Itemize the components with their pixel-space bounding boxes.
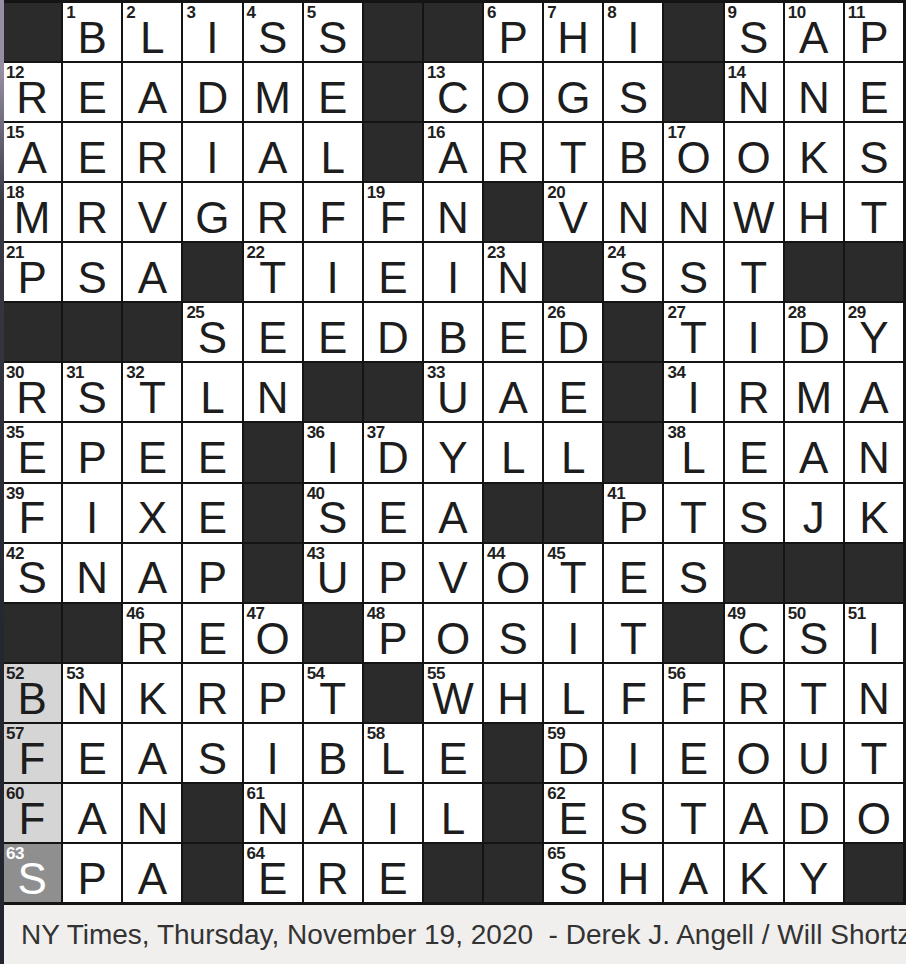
cell-r1c14[interactable]: 10A (785, 3, 843, 61)
cell-r2c2[interactable]: E (63, 63, 121, 121)
cell-letter: S (725, 495, 783, 541)
cell-r8c14[interactable]: A (785, 423, 843, 481)
cell-r3c15[interactable]: S (845, 123, 903, 181)
cell-r9c4[interactable]: E (183, 484, 241, 542)
cell-r2c1[interactable]: 12R (3, 63, 61, 121)
black-cell-r1c8 (424, 3, 482, 61)
cell-letter: E (364, 495, 422, 541)
cell-r5c9[interactable]: 23N (484, 243, 542, 301)
cell-r8c6[interactable]: 36I (304, 423, 362, 481)
cell-letter: S (544, 856, 602, 902)
cell-r8c13[interactable]: E (725, 423, 783, 481)
cell-letter: O (725, 736, 783, 782)
cell-r6c12[interactable]: 27T (664, 303, 722, 361)
cell-r11c3[interactable]: 46R (123, 604, 181, 662)
cell-r5c11[interactable]: 24S (604, 243, 662, 301)
cell-letter: E (544, 375, 602, 421)
cell-r9c8[interactable]: A (424, 484, 482, 542)
cell-letter: T (304, 676, 362, 722)
cell-letter: N (845, 676, 903, 722)
cell-letter: S (304, 495, 362, 541)
cell-r15c2[interactable]: P (63, 844, 121, 902)
cell-letter: F (3, 495, 61, 541)
cell-r7c5[interactable]: N (244, 363, 302, 421)
cell-letter: I (244, 736, 302, 782)
cell-r4c13[interactable]: W (725, 183, 783, 241)
cell-letter: I (304, 435, 362, 481)
cell-r3c1[interactable]: 15A (3, 123, 61, 181)
cell-r7c10[interactable]: E (544, 363, 602, 421)
cell-r9c2[interactable]: I (63, 484, 121, 542)
black-cell-r6c3 (123, 303, 181, 361)
cell-letter: S (604, 75, 662, 121)
cell-r1c11[interactable]: 8I (604, 3, 662, 61)
cell-r15c6[interactable]: R (304, 844, 362, 902)
cell-letter: P (364, 555, 422, 601)
cell-letter: T (785, 676, 843, 722)
cell-r11c10[interactable]: I (544, 604, 602, 662)
cell-r7c9[interactable]: A (484, 363, 542, 421)
black-cell-r5c15 (845, 243, 903, 301)
cell-r13c5[interactable]: I (244, 724, 302, 782)
black-cell-r8c11 (604, 423, 662, 481)
black-cell-r15c4 (183, 844, 241, 902)
cell-r12c9[interactable]: H (484, 664, 542, 722)
cell-r14c14[interactable]: D (785, 784, 843, 842)
cell-r4c12[interactable]: N (664, 183, 722, 241)
cell-letter: I (304, 255, 362, 301)
cell-r4c4[interactable]: G (183, 183, 241, 241)
black-cell-r14c9 (484, 784, 542, 842)
cell-r9c6[interactable]: 40S (304, 484, 362, 542)
cell-r11c9[interactable]: S (484, 604, 542, 662)
cell-letter: T (544, 555, 602, 601)
cell-r5c8[interactable]: I (424, 243, 482, 301)
cell-r14c2[interactable]: A (63, 784, 121, 842)
cell-r2c6[interactable]: E (304, 63, 362, 121)
cell-r3c4[interactable]: I (183, 123, 241, 181)
cell-r12c15[interactable]: N (845, 664, 903, 722)
cell-r15c11[interactable]: H (604, 844, 662, 902)
black-cell-r14c4 (183, 784, 241, 842)
cell-r1c3[interactable]: 2L (123, 3, 181, 61)
cell-r7c15[interactable]: A (845, 363, 903, 421)
cell-letter: R (484, 135, 542, 181)
cell-r3c8[interactable]: 16A (424, 123, 482, 181)
cell-r6c14[interactable]: 28D (785, 303, 843, 361)
cell-letter: E (63, 736, 121, 782)
cell-r4c10[interactable]: 20V (544, 183, 602, 241)
cell-r9c15[interactable]: K (845, 484, 903, 542)
cell-r10c8[interactable]: V (424, 544, 482, 602)
cell-r8c12[interactable]: 38L (664, 423, 722, 481)
cell-r15c3[interactable]: A (123, 844, 181, 902)
cell-r9c1[interactable]: 39F (3, 484, 61, 542)
cell-r4c11[interactable]: N (604, 183, 662, 241)
cell-letter: I (604, 736, 662, 782)
cell-letter: E (604, 555, 662, 601)
cell-r12c3[interactable]: K (123, 664, 181, 722)
cell-r7c1[interactable]: 30R (3, 363, 61, 421)
cell-r8c3[interactable]: E (123, 423, 181, 481)
cell-r13c3[interactable]: A (123, 724, 181, 782)
cell-r10c3[interactable]: A (123, 544, 181, 602)
cell-r2c8[interactable]: 13C (424, 63, 482, 121)
cell-r5c3[interactable]: A (123, 243, 181, 301)
cell-letter: A (424, 135, 482, 181)
cell-r5c12[interactable]: S (664, 243, 722, 301)
cell-r13c12[interactable]: E (664, 724, 722, 782)
black-cell-r7c11 (604, 363, 662, 421)
cell-r14c1[interactable]: 60F (3, 784, 61, 842)
cell-letter: J (785, 495, 843, 541)
cell-r12c1[interactable]: 52B (3, 664, 61, 722)
cell-letter: E (183, 495, 241, 541)
cell-r5c6[interactable]: I (304, 243, 362, 301)
cell-letter: N (424, 195, 482, 241)
cell-r7c3[interactable]: 32T (123, 363, 181, 421)
cell-r4c3[interactable]: V (123, 183, 181, 241)
cell-letter: N (244, 796, 302, 842)
cell-r1c4[interactable]: 3I (183, 3, 241, 61)
cell-letter: K (845, 495, 903, 541)
cell-r13c7[interactable]: 58L (364, 724, 422, 782)
cell-letter: E (63, 75, 121, 121)
cell-r8c10[interactable]: L (544, 423, 602, 481)
cell-letter: S (304, 15, 362, 61)
cell-r15c7[interactable]: E (364, 844, 422, 902)
cell-r8c15[interactable]: N (845, 423, 903, 481)
black-cell-r9c9 (484, 484, 542, 542)
cell-r4c2[interactable]: R (63, 183, 121, 241)
cell-r2c10[interactable]: G (544, 63, 602, 121)
cell-letter: P (845, 15, 903, 61)
cell-r7c14[interactable]: M (785, 363, 843, 421)
cell-r10c12[interactable]: S (664, 544, 722, 602)
cell-letter: E (183, 616, 241, 662)
cell-r11c8[interactable]: O (424, 604, 482, 662)
cell-r2c11[interactable]: S (604, 63, 662, 121)
cell-r8c8[interactable]: Y (424, 423, 482, 481)
cell-r6c15[interactable]: 29Y (845, 303, 903, 361)
cell-letter: L (484, 435, 542, 481)
cell-letter: R (244, 195, 302, 241)
black-cell-r5c14 (785, 243, 843, 301)
cell-letter: M (244, 75, 302, 121)
cell-r15c14[interactable]: Y (785, 844, 843, 902)
cell-r3c2[interactable]: E (63, 123, 121, 181)
cell-r10c9[interactable]: 44O (484, 544, 542, 602)
cell-letter: A (725, 796, 783, 842)
cell-r2c9[interactable]: O (484, 63, 542, 121)
cell-r13c4[interactable]: S (183, 724, 241, 782)
cell-r10c1[interactable]: 42S (3, 544, 61, 602)
cell-r3c6[interactable]: L (304, 123, 362, 181)
black-cell-r5c4 (183, 243, 241, 301)
cell-r4c7[interactable]: 19F (364, 183, 422, 241)
cell-r14c3[interactable]: N (123, 784, 181, 842)
black-cell-r5c10 (544, 243, 602, 301)
cell-r15c10[interactable]: 65S (544, 844, 602, 902)
cell-letter: N (845, 435, 903, 481)
cell-r8c9[interactable]: L (484, 423, 542, 481)
cell-letter: S (604, 796, 662, 842)
cell-r7c4[interactable]: L (183, 363, 241, 421)
cell-r13c8[interactable]: E (424, 724, 482, 782)
cell-r9c3[interactable]: X (123, 484, 181, 542)
cell-r7c12[interactable]: 34I (664, 363, 722, 421)
cell-letter: E (544, 796, 602, 842)
cell-r12c13[interactable]: R (725, 664, 783, 722)
cell-r3c14[interactable]: K (785, 123, 843, 181)
cell-letter: O (664, 135, 722, 181)
black-cell-r9c5 (244, 484, 302, 542)
cell-r1c6[interactable]: 5S (304, 3, 362, 61)
cell-letter: H (785, 195, 843, 241)
cell-r5c5[interactable]: 22T (244, 243, 302, 301)
black-cell-r9c10 (544, 484, 602, 542)
cell-letter: M (785, 375, 843, 421)
cell-letter: O (725, 135, 783, 181)
cell-r1c15[interactable]: 11P (845, 3, 903, 61)
cell-letter: H (544, 15, 602, 61)
cell-r14c11[interactable]: S (604, 784, 662, 842)
cell-letter: E (244, 315, 302, 361)
cell-letter: O (845, 796, 903, 842)
cell-r14c5[interactable]: 61N (244, 784, 302, 842)
cell-letter: W (725, 195, 783, 241)
cell-letter: A (123, 75, 181, 121)
cell-letter: Y (785, 856, 843, 902)
cell-r10c2[interactable]: N (63, 544, 121, 602)
cell-letter: A (123, 856, 181, 902)
cell-letter: K (725, 856, 783, 902)
cell-r10c11[interactable]: E (604, 544, 662, 602)
cell-r13c2[interactable]: E (63, 724, 121, 782)
cell-r8c2[interactable]: P (63, 423, 121, 481)
cell-r12c14[interactable]: T (785, 664, 843, 722)
cell-r9c14[interactable]: J (785, 484, 843, 542)
cell-r13c14[interactable]: U (785, 724, 843, 782)
cell-letter: U (424, 375, 482, 421)
cell-r12c12[interactable]: 56F (664, 664, 722, 722)
cell-letter: P (183, 555, 241, 601)
cell-letter: A (123, 736, 181, 782)
black-cell-r10c13 (725, 544, 783, 602)
cell-r1c2[interactable]: 1B (63, 3, 121, 61)
cell-r3c3[interactable]: R (123, 123, 181, 181)
cell-letter: N (123, 796, 181, 842)
cell-r4c1[interactable]: 18M (3, 183, 61, 241)
cell-letter: G (183, 195, 241, 241)
cell-r4c6[interactable]: F (304, 183, 362, 241)
cell-r2c3[interactable]: A (123, 63, 181, 121)
cell-r13c1[interactable]: 57F (3, 724, 61, 782)
cell-r14c10[interactable]: 62E (544, 784, 602, 842)
cell-r7c13[interactable]: R (725, 363, 783, 421)
cell-letter: R (725, 676, 783, 722)
cell-letter: O (424, 616, 482, 662)
cell-r9c12[interactable]: T (664, 484, 722, 542)
black-cell-r11c6 (304, 604, 362, 662)
cell-r12c4[interactable]: R (183, 664, 241, 722)
cell-r4c5[interactable]: R (244, 183, 302, 241)
cell-r6c6[interactable]: E (304, 303, 362, 361)
cell-r14c8[interactable]: L (424, 784, 482, 842)
cell-letter: A (785, 15, 843, 61)
cell-r12c10[interactable]: L (544, 664, 602, 722)
cell-r2c4[interactable]: D (183, 63, 241, 121)
cell-letter: L (183, 375, 241, 421)
cell-r2c5[interactable]: M (244, 63, 302, 121)
cell-letter: A (484, 375, 542, 421)
cell-r10c7[interactable]: P (364, 544, 422, 602)
cell-r3c12[interactable]: 17O (664, 123, 722, 181)
cell-letter: A (3, 135, 61, 181)
cell-letter: T (544, 135, 602, 181)
cell-r4c8[interactable]: N (424, 183, 482, 241)
cell-letter: S (63, 375, 121, 421)
cell-letter: E (304, 315, 362, 361)
cell-letter: F (364, 195, 422, 241)
cell-r15c12[interactable]: A (664, 844, 722, 902)
cell-r13c11[interactable]: I (604, 724, 662, 782)
black-cell-r10c5 (244, 544, 302, 602)
cell-letter: N (63, 676, 121, 722)
cell-letter: S (183, 736, 241, 782)
cell-letter: A (244, 135, 302, 181)
black-cell-r7c6 (304, 363, 362, 421)
cell-letter: P (63, 856, 121, 902)
cell-letter: F (664, 676, 722, 722)
cell-r11c7[interactable]: 48P (364, 604, 422, 662)
black-cell-r1c1 (3, 3, 61, 61)
cell-r8c4[interactable]: E (183, 423, 241, 481)
cell-letter: E (3, 435, 61, 481)
cell-r2c15[interactable]: E (845, 63, 903, 121)
cell-letter: D (364, 435, 422, 481)
cell-r14c12[interactable]: T (664, 784, 722, 842)
cell-r11c11[interactable]: T (604, 604, 662, 662)
cell-r6c13[interactable]: I (725, 303, 783, 361)
cell-letter: T (664, 315, 722, 361)
cell-r2c14[interactable]: N (785, 63, 843, 121)
cell-r1c10[interactable]: 7H (544, 3, 602, 61)
cell-letter: K (785, 135, 843, 181)
cell-r15c1[interactable]: 63S (3, 844, 61, 902)
cell-r11c5[interactable]: 47O (244, 604, 302, 662)
cell-r4c14[interactable]: H (785, 183, 843, 241)
cell-r9c7[interactable]: E (364, 484, 422, 542)
cell-r11c13[interactable]: 49C (725, 604, 783, 662)
cell-r15c13[interactable]: K (725, 844, 783, 902)
cell-r4c15[interactable]: T (845, 183, 903, 241)
cell-r8c7[interactable]: 37D (364, 423, 422, 481)
cell-r3c9[interactable]: R (484, 123, 542, 181)
cell-r11c15[interactable]: 51I (845, 604, 903, 662)
cell-r1c9[interactable]: 6P (484, 3, 542, 61)
cell-r13c6[interactable]: B (304, 724, 362, 782)
cell-r14c15[interactable]: O (845, 784, 903, 842)
cell-letter: I (183, 135, 241, 181)
cell-r3c13[interactable]: O (725, 123, 783, 181)
cell-letter: N (484, 255, 542, 301)
cell-r3c10[interactable]: T (544, 123, 602, 181)
cell-letter: R (123, 616, 181, 662)
cell-letter: N (664, 195, 722, 241)
black-cell-r4c9 (484, 183, 542, 241)
cell-r5c13[interactable]: T (725, 243, 783, 301)
cell-r3c11[interactable]: B (604, 123, 662, 181)
black-cell-r10c15 (845, 544, 903, 602)
black-cell-r6c2 (63, 303, 121, 361)
cell-letter: T (604, 616, 662, 662)
cell-r12c2[interactable]: 53N (63, 664, 121, 722)
cell-r13c10[interactable]: 59D (544, 724, 602, 782)
cell-r8c1[interactable]: 35E (3, 423, 61, 481)
cell-r3c5[interactable]: A (244, 123, 302, 181)
cell-letter: B (424, 315, 482, 361)
cell-r12c11[interactable]: F (604, 664, 662, 722)
cell-letter: F (304, 195, 362, 241)
cell-letter: D (364, 315, 422, 361)
cell-r14c6[interactable]: A (304, 784, 362, 842)
cell-letter: I (604, 15, 662, 61)
cell-r6c9[interactable]: E (484, 303, 542, 361)
cell-r10c6[interactable]: 43U (304, 544, 362, 602)
cell-letter: P (244, 676, 302, 722)
cell-r14c13[interactable]: A (725, 784, 783, 842)
cell-r2c13[interactable]: 14N (725, 63, 783, 121)
cell-r6c7[interactable]: D (364, 303, 422, 361)
cell-letter: N (785, 75, 843, 121)
cell-r6c4[interactable]: 25S (183, 303, 241, 361)
cell-r7c2[interactable]: 31S (63, 363, 121, 421)
cell-r14c7[interactable]: I (364, 784, 422, 842)
cell-letter: S (845, 135, 903, 181)
cell-r1c13[interactable]: 9S (725, 3, 783, 61)
cell-r12c8[interactable]: 55W (424, 664, 482, 722)
cell-r10c4[interactable]: P (183, 544, 241, 602)
cell-r13c15[interactable]: T (845, 724, 903, 782)
cell-r15c5[interactable]: 64E (244, 844, 302, 902)
cell-r5c1[interactable]: 21P (3, 243, 61, 301)
cell-r7c8[interactable]: 33U (424, 363, 482, 421)
cell-r9c13[interactable]: S (725, 484, 783, 542)
cell-letter: A (123, 255, 181, 301)
cell-letter: S (664, 255, 722, 301)
cell-letter: F (604, 676, 662, 722)
cell-r6c10[interactable]: 26D (544, 303, 602, 361)
cell-r6c8[interactable]: B (424, 303, 482, 361)
cell-r9c11[interactable]: 41P (604, 484, 662, 542)
cell-letter: F (3, 736, 61, 782)
cell-r12c5[interactable]: P (244, 664, 302, 722)
cell-r10c10[interactable]: 45T (544, 544, 602, 602)
cell-r6c5[interactable]: E (244, 303, 302, 361)
cell-letter: S (3, 555, 61, 601)
cell-r13c13[interactable]: O (725, 724, 783, 782)
cell-r5c7[interactable]: E (364, 243, 422, 301)
cell-letter: P (364, 616, 422, 662)
cell-r12c6[interactable]: 54T (304, 664, 362, 722)
cell-letter: E (304, 75, 362, 121)
cell-r5c2[interactable]: S (63, 243, 121, 301)
cell-r11c4[interactable]: E (183, 604, 241, 662)
cell-r1c5[interactable]: 4S (244, 3, 302, 61)
cell-letter: A (304, 796, 362, 842)
cell-r11c14[interactable]: 50S (785, 604, 843, 662)
